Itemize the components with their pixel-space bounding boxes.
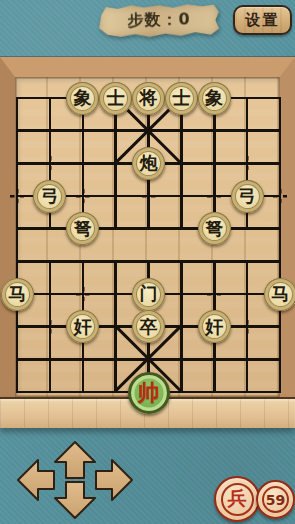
steps-banner-paper: 步数：0 xyxy=(99,3,220,39)
steps-label: 步数：0 xyxy=(127,9,191,31)
steps-banner: 步数：0 xyxy=(99,3,220,39)
arrow-up-icon[interactable] xyxy=(55,442,95,478)
count-badge: 59 xyxy=(256,480,295,519)
settings-button-label: 设置 xyxy=(246,11,280,30)
arrow-right-icon[interactable] xyxy=(96,460,132,500)
xiangqi-board[interactable] xyxy=(0,57,295,397)
soldier-badge-inner: 兵 xyxy=(221,483,254,516)
soldier-badge-label: 兵 xyxy=(228,486,247,512)
board-front-edge xyxy=(0,397,295,428)
soldier-badge-button[interactable]: 兵 xyxy=(214,476,260,522)
arrow-left-icon[interactable] xyxy=(18,460,54,500)
settings-button[interactable]: 设置 xyxy=(233,5,292,35)
dpad xyxy=(10,438,140,524)
arrow-down-icon[interactable] xyxy=(55,482,95,518)
count-badge-inner: 59 xyxy=(262,486,289,513)
count-badge-value: 59 xyxy=(266,492,285,508)
app-background: 步数：0 设置 象士将士象炮弓弓弩弩马门马奸卒奸帅 兵 59 xyxy=(0,0,295,524)
